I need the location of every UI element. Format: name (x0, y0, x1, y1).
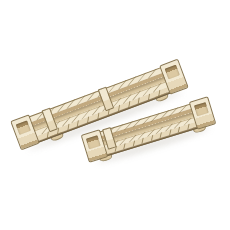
end-cap-recess (165, 65, 180, 80)
end-cap-recess (86, 135, 101, 149)
product-photo (0, 0, 230, 230)
end-cap-recess (16, 120, 31, 135)
end-cap-recess (194, 102, 209, 116)
